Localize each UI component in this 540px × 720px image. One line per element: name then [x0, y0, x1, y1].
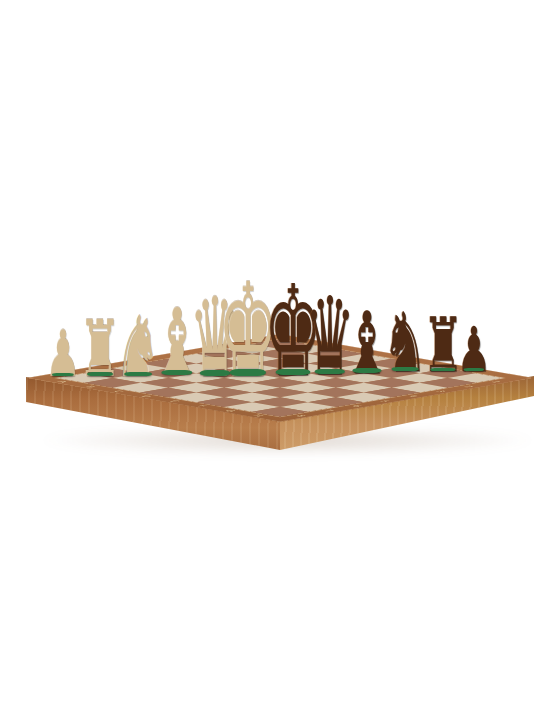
black-knight[interactable]: ♞	[382, 302, 428, 384]
chess-set-photo: ABCDEFGH 12345678 ♟ ♜ ♞ ♝ ♛ ♚ ♚ ♛ ♝ ♞ ♜ …	[0, 0, 540, 720]
white-pawn[interactable]: ♟	[45, 322, 81, 386]
black-pawn[interactable]: ♟	[457, 319, 491, 381]
